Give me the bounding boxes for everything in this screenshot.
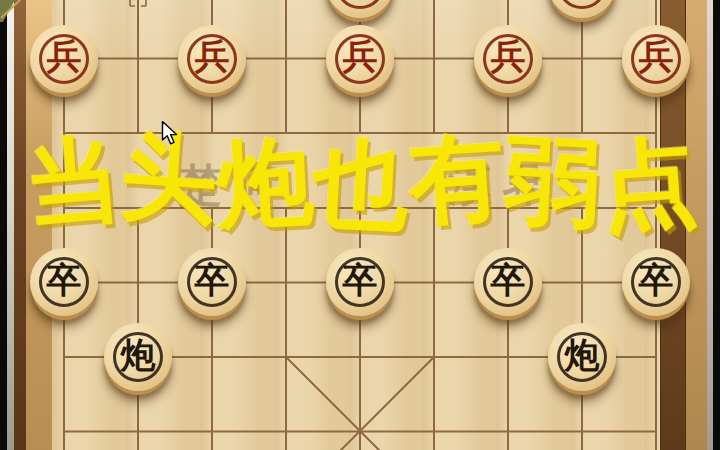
board-frame-tan-right [686, 0, 707, 450]
black-soldier[interactable]: 卒 [326, 248, 394, 316]
pillarbox-right [713, 0, 720, 450]
piece-glyph: 兵 [47, 39, 82, 74]
black-soldier[interactable]: 卒 [622, 248, 690, 316]
piece-glyph: 兵 [195, 39, 230, 74]
xiangqi-board[interactable]: 炮炮兵兵兵兵兵卒卒卒卒卒炮炮 [52, 0, 661, 450]
corner-leaf-decoration [0, 0, 24, 26]
pillarbox-left [0, 0, 7, 450]
piece-glyph: 卒 [491, 263, 526, 298]
red-soldier[interactable]: 兵 [326, 25, 394, 93]
river-text-left: 楚河 [178, 156, 286, 215]
piece-glyph: 炮 [565, 338, 600, 373]
black-soldier[interactable]: 卒 [178, 248, 246, 316]
red-soldier[interactable]: 兵 [622, 25, 690, 93]
red-soldier[interactable]: 兵 [30, 25, 98, 93]
black-soldier[interactable]: 卒 [474, 248, 542, 316]
black-cannon[interactable]: 炮 [104, 323, 172, 391]
piece-glyph: 兵 [639, 39, 674, 74]
piece-glyph: 卒 [343, 263, 378, 298]
black-cannon[interactable]: 炮 [548, 323, 616, 391]
red-soldier[interactable]: 兵 [178, 25, 246, 93]
piece-glyph: 卒 [639, 263, 674, 298]
river-text-right: 漢界 [448, 156, 556, 215]
piece-glyph: 卒 [195, 263, 230, 298]
piece-glyph: 兵 [343, 39, 378, 74]
screen-edge-strip-left [7, 0, 14, 450]
black-soldier[interactable]: 卒 [30, 248, 98, 316]
mouse-cursor-icon [161, 121, 181, 147]
piece-glyph: 兵 [491, 39, 526, 74]
piece-glyph: 炮 [121, 338, 156, 373]
app-stage: 炮炮兵兵兵兵兵卒卒卒卒卒炮炮 楚河 漢界 当头炮也有弱点 [0, 0, 720, 450]
red-soldier[interactable]: 兵 [474, 25, 542, 93]
piece-glyph: 卒 [47, 263, 82, 298]
